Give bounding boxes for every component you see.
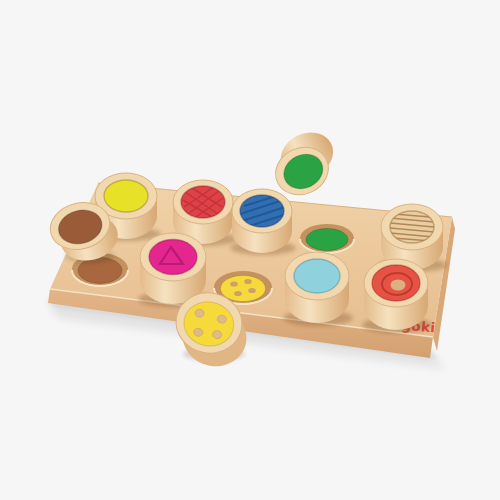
piece-blue-grooved-cylinder[interactable] (232, 189, 292, 253)
yellow-felt-top (104, 180, 148, 212)
piece-magenta-triangle-cylinder[interactable] (140, 233, 206, 304)
lightblue-felt-top (294, 259, 340, 293)
ring-center-hole (391, 280, 406, 291)
recess-green-sandpaper[interactable] (300, 224, 354, 253)
yellow-button-inset (221, 276, 266, 302)
piece-red-ring-cylinder[interactable] (364, 259, 428, 330)
green-sandpaper-inset (306, 229, 348, 251)
product-photo: goki (0, 0, 500, 500)
piece-lightblue-cylinder[interactable] (285, 252, 349, 323)
magenta-felt-top (149, 240, 197, 275)
